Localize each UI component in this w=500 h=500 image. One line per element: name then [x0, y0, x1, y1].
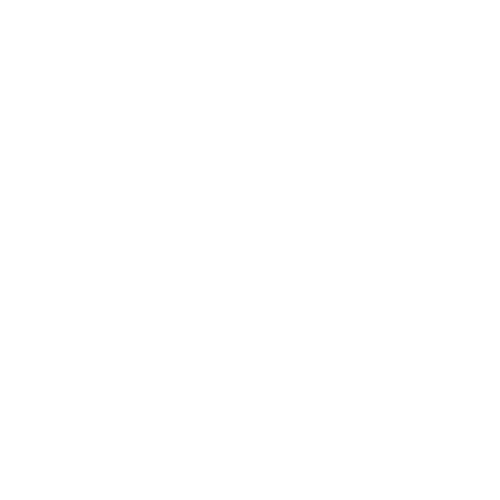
memory-chess-product-scene — [0, 0, 500, 500]
